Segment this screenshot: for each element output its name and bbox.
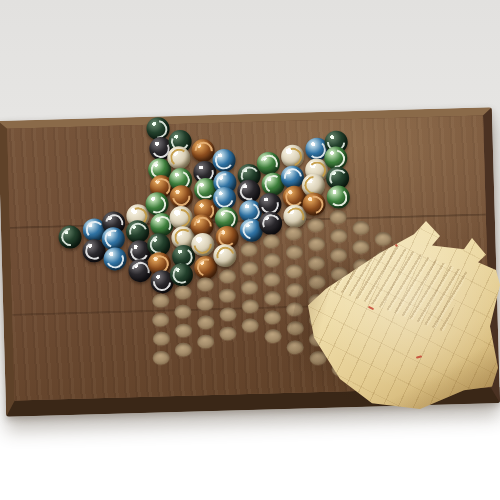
- marble-swirl: [169, 148, 188, 167]
- hole-recess: [152, 313, 169, 327]
- hole-recess: [174, 324, 191, 338]
- hole-recess: [196, 277, 213, 291]
- marble-swirl: [146, 193, 168, 215]
- hole-recess: [219, 326, 236, 340]
- marble-swirl: [171, 264, 192, 285]
- marble-bag[interactable]: [300, 221, 500, 409]
- hole-recess: [263, 291, 280, 305]
- hole-recess: [174, 305, 191, 319]
- hole-recess: [175, 343, 192, 357]
- hole-recess: [263, 272, 280, 286]
- hole-recess: [241, 261, 258, 275]
- bag-shading: [300, 221, 500, 409]
- hole-recess: [241, 299, 258, 313]
- hole-recess: [196, 296, 213, 310]
- photo-scene: [0, 0, 500, 500]
- hole-recess: [264, 329, 281, 343]
- marble-green[interactable]: [326, 185, 350, 209]
- hole-recess: [240, 242, 257, 256]
- hole-recess: [219, 307, 236, 321]
- marble-swirl: [83, 241, 103, 261]
- bag-body: [300, 221, 500, 409]
- marble-swirl: [213, 150, 234, 171]
- hole-recess: [263, 253, 280, 267]
- marble-swirl: [259, 212, 281, 234]
- marble-cream[interactable]: [191, 233, 215, 257]
- hole-recess: [152, 332, 169, 346]
- hole-recess: [241, 280, 258, 294]
- marble-swirl: [151, 215, 171, 235]
- marble-black[interactable]: [258, 212, 282, 236]
- hole-recess: [152, 351, 169, 365]
- hole-recess: [197, 334, 214, 348]
- hole-recess: [241, 318, 258, 332]
- marble-blue[interactable]: [212, 149, 236, 173]
- hole-recess: [263, 234, 280, 248]
- marble-amber[interactable]: [302, 192, 326, 216]
- marble-swirl: [257, 152, 280, 175]
- marble-swirl: [104, 248, 126, 270]
- marble-swirl: [329, 188, 348, 207]
- hole-recess: [264, 310, 281, 324]
- hole-recess: [218, 269, 235, 283]
- marble-swirl: [197, 181, 215, 199]
- hole-recess: [174, 286, 191, 300]
- hole-recess: [197, 315, 214, 329]
- hole-recess: [219, 288, 236, 302]
- hole-recess: [152, 294, 169, 308]
